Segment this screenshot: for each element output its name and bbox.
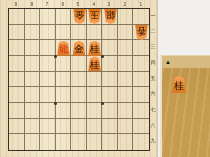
board-square[interactable]: [40, 119, 56, 135]
board-square[interactable]: [87, 72, 103, 88]
board-square[interactable]: [71, 134, 87, 150]
rank-label: 六: [149, 88, 158, 101]
rank-label: 四: [149, 56, 158, 69]
file-label: 6: [56, 1, 68, 7]
board-square[interactable]: [40, 56, 56, 72]
file-label: 2: [118, 1, 130, 7]
board-square[interactable]: [56, 134, 72, 150]
file-label: 4: [87, 1, 99, 7]
board-square[interactable]: [71, 119, 87, 135]
file-label: 3: [103, 1, 115, 7]
board-square[interactable]: [40, 87, 56, 103]
shogi-piece-sente[interactable]: 金: [73, 41, 86, 56]
board-square[interactable]: [102, 25, 118, 41]
board-square[interactable]: [9, 40, 25, 56]
board-square[interactable]: [25, 119, 41, 135]
piece-kanji: 龍: [59, 44, 69, 54]
board-square[interactable]: [56, 9, 72, 25]
board-square[interactable]: [9, 119, 25, 135]
board-square[interactable]: [133, 72, 149, 88]
board-square[interactable]: [25, 103, 41, 119]
shogi-board: 987654321 一二三四五六七八九 金玉銀香龍金桂桂: [0, 0, 158, 157]
piece-kanji: 金: [74, 44, 84, 54]
board-square[interactable]: [133, 56, 149, 72]
board-square[interactable]: [118, 40, 134, 56]
shogi-diagram: 987654321 一二三四五六七八九 金玉銀香龍金桂桂 ▲ 桂: [0, 0, 210, 157]
board-square[interactable]: [25, 87, 41, 103]
star-point: [54, 102, 57, 105]
piece-kanji: 桂: [90, 60, 100, 70]
board-square[interactable]: [102, 40, 118, 56]
board-square[interactable]: [102, 56, 118, 72]
board-square[interactable]: [9, 134, 25, 150]
board-square[interactable]: [25, 72, 41, 88]
board-square[interactable]: [25, 134, 41, 150]
board-grid: 金玉銀香龍金桂桂: [8, 8, 150, 151]
piece-kanji: 桂: [90, 44, 100, 54]
board-square[interactable]: [56, 56, 72, 72]
board-square[interactable]: [118, 25, 134, 41]
piece-kanji: 桂: [174, 81, 184, 91]
board-square[interactable]: [56, 103, 72, 119]
board-square[interactable]: [133, 87, 149, 103]
board-square[interactable]: [102, 103, 118, 119]
board-square[interactable]: [9, 25, 25, 41]
file-label: 1: [134, 1, 146, 7]
board-square[interactable]: [25, 25, 41, 41]
file-label: 5: [72, 1, 84, 7]
star-point: [54, 55, 57, 58]
rank-label: 七: [149, 103, 158, 116]
board-square[interactable]: [56, 119, 72, 135]
shogi-piece-sente[interactable]: 桂: [88, 41, 101, 56]
rank-label: 五: [149, 72, 158, 85]
rank-label: 九: [149, 135, 158, 148]
board-square[interactable]: [56, 72, 72, 88]
board-square[interactable]: [9, 56, 25, 72]
board-square[interactable]: [56, 87, 72, 103]
board-square[interactable]: [9, 72, 25, 88]
piece-kanji: 金: [74, 11, 84, 21]
board-square[interactable]: [118, 103, 134, 119]
board-square[interactable]: [87, 119, 103, 135]
board-square[interactable]: [56, 25, 72, 41]
rank-label: 一: [149, 9, 158, 22]
board-square[interactable]: [40, 72, 56, 88]
star-point: [101, 55, 104, 58]
sente-marker-icon: ▲: [165, 59, 171, 65]
board-square[interactable]: [40, 103, 56, 119]
board-square[interactable]: [133, 134, 149, 150]
komadai-sente: ▲ 桂: [160, 55, 210, 157]
board-square[interactable]: [87, 103, 103, 119]
board-square[interactable]: [87, 87, 103, 103]
file-labels: 987654321: [8, 0, 148, 8]
board-square[interactable]: [118, 134, 134, 150]
file-label: 7: [41, 1, 53, 7]
board-square[interactable]: [133, 119, 149, 135]
board-square[interactable]: [25, 9, 41, 25]
board-square[interactable]: [118, 56, 134, 72]
board-square[interactable]: [25, 56, 41, 72]
board-square[interactable]: [40, 25, 56, 41]
piece-kanji: 香: [136, 27, 146, 37]
komadai-header: ▲: [162, 55, 210, 68]
board-square[interactable]: [87, 134, 103, 150]
rank-label: 八: [149, 119, 158, 132]
rank-label: 二: [149, 25, 158, 38]
board-square[interactable]: [71, 56, 87, 72]
board-square[interactable]: [9, 103, 25, 119]
file-label: 8: [25, 1, 37, 7]
star-point: [101, 102, 104, 105]
board-square[interactable]: [71, 25, 87, 41]
board-square[interactable]: [133, 40, 149, 56]
board-square[interactable]: [133, 9, 149, 25]
board-square[interactable]: [102, 119, 118, 135]
board-square[interactable]: [133, 103, 149, 119]
board-square[interactable]: [9, 9, 25, 25]
file-label: 9: [10, 1, 22, 7]
board-square[interactable]: [40, 134, 56, 150]
board-square[interactable]: [40, 9, 56, 25]
shogi-piece-sente[interactable]: 桂: [88, 56, 101, 71]
board-square[interactable]: [102, 72, 118, 88]
board-square[interactable]: [118, 72, 134, 88]
board-square[interactable]: [25, 40, 41, 56]
piece-kanji: 銀: [105, 11, 115, 21]
rank-label: 三: [149, 41, 158, 54]
board-square[interactable]: [9, 87, 25, 103]
board-square[interactable]: [118, 87, 134, 103]
board-square[interactable]: [71, 103, 87, 119]
board-square[interactable]: [118, 119, 134, 135]
board-square[interactable]: [102, 134, 118, 150]
board-square[interactable]: [71, 87, 87, 103]
board-square[interactable]: [71, 72, 87, 88]
shogi-piece-sente[interactable]: 龍: [57, 41, 70, 56]
hand-piece-sente[interactable]: 桂: [172, 76, 186, 93]
komadai-body: 桂: [162, 68, 210, 157]
piece-kanji: 玉: [90, 11, 100, 21]
board-square[interactable]: [87, 25, 103, 41]
board-square[interactable]: [118, 9, 134, 25]
board-square[interactable]: [40, 40, 56, 56]
board-square[interactable]: [102, 87, 118, 103]
